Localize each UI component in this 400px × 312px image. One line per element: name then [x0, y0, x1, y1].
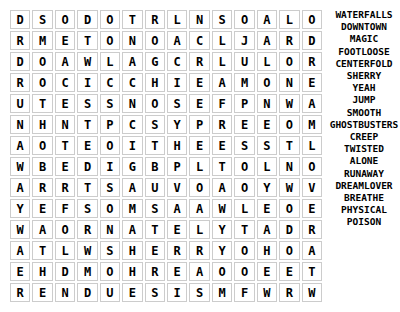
grid-cell[interactable]: R [145, 262, 165, 281]
grid-cell[interactable]: D [77, 157, 97, 176]
word-list-item: PHYSICAL [328, 204, 400, 216]
grid-cell[interactable]: P [167, 157, 187, 176]
grid-cell[interactable]: O [32, 73, 52, 92]
grid-cell[interactable]: O [100, 10, 120, 29]
grid-cell[interactable]: V [167, 178, 187, 197]
grid-cell[interactable]: L [279, 10, 299, 29]
grid-cell[interactable]: G [122, 157, 142, 176]
grid-cell[interactable]: O [55, 220, 75, 239]
word-list: WATERFALLSDOWNTOWNMAGICFOOTLOOSECENTERFO… [328, 9, 400, 229]
grid-cell[interactable]: R [189, 241, 209, 260]
grid-cell[interactable]: N [279, 73, 299, 92]
word-list-item: BREATHE [328, 192, 400, 204]
grid-cell[interactable]: O [279, 115, 299, 134]
grid-cell[interactable]: L [257, 157, 277, 176]
grid-cell[interactable]: E [55, 94, 75, 113]
grid-cell[interactable]: H [32, 262, 52, 281]
letter-grid: DSODOTRLNSOALORMETONOACLJARDDOAWLAGCRLUL… [10, 10, 322, 302]
grid-cell[interactable]: A [167, 199, 187, 218]
grid-cell[interactable]: T [279, 136, 299, 155]
grid-cell[interactable]: O [145, 31, 165, 50]
grid-cell[interactable]: W [302, 283, 322, 302]
grid-cell[interactable]: N [10, 115, 30, 134]
grid-cell[interactable]: L [302, 136, 322, 155]
grid-cell[interactable]: L [212, 52, 232, 71]
grid-cell[interactable]: B [32, 157, 52, 176]
grid-cell[interactable]: Y [257, 178, 277, 197]
grid-cell[interactable]: T [145, 136, 165, 155]
word-list-item: POISON [328, 216, 400, 228]
grid-cell[interactable]: W [77, 52, 97, 71]
grid-cell[interactable]: E [257, 115, 277, 134]
word-list-item: WATERFALLS [328, 9, 400, 21]
grid-cell[interactable]: O [234, 157, 254, 176]
grid-cell[interactable]: F [55, 199, 75, 218]
grid-cell[interactable]: D [10, 52, 30, 71]
grid-cell[interactable]: F [212, 94, 232, 113]
grid-cell[interactable]: N [55, 115, 75, 134]
grid-cell[interactable]: T [212, 157, 232, 176]
grid-cell[interactable]: S [77, 94, 97, 113]
grid-cell[interactable]: J [234, 31, 254, 50]
word-list-item: FOOTLOOSE [328, 46, 400, 58]
grid-cell[interactable]: S [100, 94, 120, 113]
grid-cell[interactable]: D [279, 220, 299, 239]
word-list-item: SHERRY [328, 70, 400, 82]
word-list-item: SMOOTH [328, 107, 400, 119]
grid-cell[interactable]: A [257, 220, 277, 239]
grid-cell[interactable]: E [189, 136, 209, 155]
grid-cell[interactable]: D [77, 283, 97, 302]
grid-cell[interactable]: A [122, 178, 142, 197]
grid-cell[interactable]: E [32, 199, 52, 218]
grid-cell[interactable]: L [189, 220, 209, 239]
grid-cell[interactable]: O [302, 10, 322, 29]
grid-cell[interactable]: T [32, 94, 52, 113]
word-list-item: CREEP [328, 131, 400, 143]
grid-cell[interactable]: E [302, 73, 322, 92]
grid-cell[interactable]: E [234, 115, 254, 134]
grid-cell[interactable]: A [122, 52, 142, 71]
grid-cell[interactable]: W [10, 220, 30, 239]
grid-cell[interactable]: T [122, 10, 142, 29]
grid-cell[interactable]: C [122, 73, 142, 92]
grid-cell[interactable]: U [10, 94, 30, 113]
grid-cell[interactable]: A [167, 31, 187, 50]
grid-cell[interactable]: I [167, 73, 187, 92]
grid-cell[interactable]: E [189, 94, 209, 113]
grid-cell[interactable]: L [100, 52, 120, 71]
grid-cell[interactable]: M [212, 283, 232, 302]
grid-cell[interactable]: U [100, 283, 120, 302]
grid-cell[interactable]: E [55, 31, 75, 50]
grid-cell[interactable]: N [189, 10, 209, 29]
grid-cell[interactable]: E [122, 283, 142, 302]
grid-cell[interactable]: N [122, 31, 142, 50]
grid-cell[interactable]: H [122, 241, 142, 260]
grid-cell[interactable]: V [302, 178, 322, 197]
word-list-item: ALONE [328, 155, 400, 167]
grid-cell[interactable]: E [145, 241, 165, 260]
grid-cell[interactable]: S [234, 136, 254, 155]
word-list-item: DREAMLOVER [328, 180, 400, 192]
grid-cell[interactable]: G [145, 52, 165, 71]
grid-cell[interactable]: E [10, 262, 30, 281]
grid-cell[interactable]: D [55, 262, 75, 281]
grid-cell[interactable]: O [302, 157, 322, 176]
grid-cell[interactable]: H [257, 241, 277, 260]
grid-cell[interactable]: O [234, 10, 254, 29]
grid-cell[interactable]: M [122, 199, 142, 218]
grid-cell[interactable]: H [32, 115, 52, 134]
grid-cell[interactable]: D [302, 31, 322, 50]
grid-cell[interactable]: E [279, 262, 299, 281]
grid-cell[interactable]: R [10, 31, 30, 50]
grid-cell[interactable]: P [100, 115, 120, 134]
grid-cell[interactable]: L [212, 31, 232, 50]
grid-cell[interactable]: E [167, 262, 187, 281]
grid-cell[interactable]: S [145, 115, 165, 134]
grid-cell[interactable]: S [100, 178, 120, 197]
grid-cell[interactable]: E [189, 73, 209, 92]
grid-cell[interactable]: N [100, 220, 120, 239]
grid-cell[interactable]: S [145, 283, 165, 302]
grid-cell[interactable]: E [257, 262, 277, 281]
grid-cell[interactable]: Y [212, 220, 232, 239]
grid-cell[interactable]: A [257, 31, 277, 50]
grid-cell[interactable]: I [100, 157, 120, 176]
grid-cell[interactable]: R [32, 178, 52, 197]
grid-cell[interactable]: M [77, 262, 97, 281]
grid-cell[interactable]: C [189, 31, 209, 50]
grid-cell[interactable]: D [77, 10, 97, 29]
grid-cell[interactable]: M [32, 31, 52, 50]
grid-cell[interactable]: I [77, 73, 97, 92]
grid-cell[interactable]: A [212, 73, 232, 92]
grid-cell[interactable]: A [122, 220, 142, 239]
grid-cell[interactable]: A [10, 178, 30, 197]
grid-cell[interactable]: W [257, 283, 277, 302]
grid-cell[interactable]: E [302, 199, 322, 218]
grid-cell[interactable]: R [302, 220, 322, 239]
grid-cell[interactable]: W [279, 94, 299, 113]
grid-cell[interactable]: N [279, 157, 299, 176]
word-list-item: YEAH [328, 82, 400, 94]
grid-cell[interactable]: N [55, 283, 75, 302]
grid-cell[interactable]: E [77, 136, 97, 155]
grid-cell[interactable]: M [302, 115, 322, 134]
grid-cell[interactable]: O [55, 10, 75, 29]
grid-cell[interactable]: T [77, 31, 97, 50]
grid-cell[interactable]: U [234, 52, 254, 71]
grid-cell[interactable]: D [10, 10, 30, 29]
grid-cell[interactable]: A [189, 262, 209, 281]
grid-cell[interactable]: R [145, 10, 165, 29]
grid-cell[interactable]: T [302, 262, 322, 281]
grid-cell[interactable]: R [10, 283, 30, 302]
grid-cell[interactable]: E [32, 283, 52, 302]
grid-cell[interactable]: L [189, 157, 209, 176]
grid-cell[interactable]: S [167, 94, 187, 113]
grid-cell[interactable]: Y [212, 241, 232, 260]
grid-cell[interactable]: P [189, 115, 209, 134]
grid-cell[interactable]: R [302, 52, 322, 71]
grid-cell[interactable]: S [32, 10, 52, 29]
grid-cell[interactable]: A [257, 10, 277, 29]
grid-cell[interactable]: R [279, 31, 299, 50]
word-search-page: DSODOTRLNSOALORMETONOACLJARDDOAWLAGCRLUL… [0, 0, 400, 312]
grid-cell[interactable]: O [279, 52, 299, 71]
grid-cell[interactable]: O [145, 94, 165, 113]
grid-cell[interactable]: O [100, 262, 120, 281]
grid-cell[interactable]: O [100, 31, 120, 50]
grid-cell[interactable]: E [167, 220, 187, 239]
grid-cell[interactable]: T [77, 115, 97, 134]
grid-cell[interactable]: N [122, 94, 142, 113]
grid-cell[interactable]: A [32, 220, 52, 239]
grid-cell[interactable]: R [189, 52, 209, 71]
grid-cell[interactable]: W [77, 241, 97, 260]
grid-cell[interactable]: O [257, 73, 277, 92]
grid-cell[interactable]: A [10, 241, 30, 260]
grid-cell[interactable]: C [100, 73, 120, 92]
grid-cell[interactable]: R [212, 115, 232, 134]
grid-cell[interactable]: W [279, 178, 299, 197]
grid-cell[interactable]: Y [167, 115, 187, 134]
grid-cell[interactable]: O [100, 199, 120, 218]
grid-cell[interactable]: U [145, 178, 165, 197]
grid-cell[interactable]: A [189, 199, 209, 218]
grid-cell[interactable]: A [55, 52, 75, 71]
grid-cell[interactable]: T [77, 178, 97, 197]
grid-cell[interactable]: O [100, 136, 120, 155]
grid-cell[interactable]: E [55, 157, 75, 176]
grid-cell[interactable]: A [10, 136, 30, 155]
grid-cell[interactable]: A [302, 241, 322, 260]
grid-cell[interactable]: S [189, 283, 209, 302]
grid-cell[interactable]: O [32, 52, 52, 71]
word-list-item: JUMP [328, 94, 400, 106]
grid-cell[interactable]: I [167, 283, 187, 302]
grid-cell[interactable]: B [145, 157, 165, 176]
grid-cell[interactable]: T [32, 241, 52, 260]
grid-cell[interactable]: T [145, 220, 165, 239]
word-list-item: RUNAWAY [328, 168, 400, 180]
grid-cell[interactable]: E [257, 199, 277, 218]
grid-cell[interactable]: O [189, 178, 209, 197]
grid-cell[interactable]: S [77, 199, 97, 218]
grid-cell[interactable]: A [212, 178, 232, 197]
word-list-item: CENTERFOLD [328, 58, 400, 70]
grid-cell[interactable]: A [302, 94, 322, 113]
grid-cell[interactable]: P [234, 94, 254, 113]
grid-cell[interactable]: R [55, 178, 75, 197]
grid-cell[interactable]: T [55, 136, 75, 155]
grid-cell[interactable]: W [212, 199, 232, 218]
grid-cell[interactable]: O [234, 178, 254, 197]
word-list-item: MAGIC [328, 33, 400, 45]
grid-cell[interactable]: O [212, 262, 232, 281]
grid-cell[interactable]: R [167, 241, 187, 260]
grid-cell[interactable]: L [234, 199, 254, 218]
grid-cell[interactable]: C [55, 73, 75, 92]
grid-cell[interactable]: O [234, 241, 254, 260]
grid-cell[interactable]: L [167, 10, 187, 29]
grid-cell[interactable]: M [234, 73, 254, 92]
grid-cell[interactable]: H [122, 262, 142, 281]
grid-cell[interactable]: W [10, 157, 30, 176]
grid-cell[interactable]: L [55, 241, 75, 260]
word-list-item: TWISTED [328, 143, 400, 155]
grid-cell[interactable]: S [212, 10, 232, 29]
grid-cell[interactable]: R [10, 73, 30, 92]
grid-cell[interactable]: R [77, 220, 97, 239]
grid-cell[interactable]: L [257, 52, 277, 71]
grid-cell[interactable]: S [100, 241, 120, 260]
word-list-item: GHOSTBUSTERS [328, 119, 400, 131]
grid-cell[interactable]: Y [10, 199, 30, 218]
grid-cell[interactable]: T [234, 220, 254, 239]
grid-cell[interactable]: O [279, 199, 299, 218]
grid-cell[interactable]: F [234, 283, 254, 302]
grid-cell[interactable]: C [167, 52, 187, 71]
grid-cell[interactable]: R [279, 283, 299, 302]
grid-cell[interactable]: I [122, 136, 142, 155]
grid-cell[interactable]: O [234, 262, 254, 281]
grid-cell[interactable]: E [212, 136, 232, 155]
grid-cell[interactable]: O [32, 136, 52, 155]
grid-cell[interactable]: H [145, 73, 165, 92]
grid-cell[interactable]: S [257, 136, 277, 155]
grid-cell[interactable]: C [122, 115, 142, 134]
grid-cell[interactable]: O [279, 241, 299, 260]
grid-cell[interactable]: H [167, 136, 187, 155]
word-list-item: DOWNTOWN [328, 21, 400, 33]
grid-cell[interactable]: S [145, 199, 165, 218]
grid-cell[interactable]: N [257, 94, 277, 113]
